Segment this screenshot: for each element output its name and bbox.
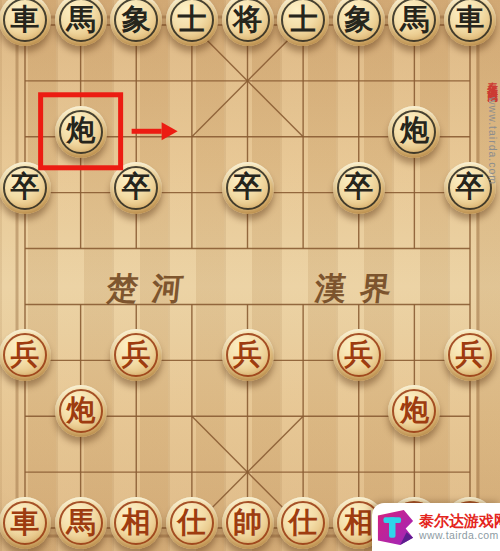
logo-text-block: 泰尔达游戏网 www.tairda.com <box>419 512 500 542</box>
move-arrow-head <box>162 122 178 140</box>
tairda-logo-icon <box>377 509 414 546</box>
logo-site-url: www.tairda.com <box>419 529 500 542</box>
logo-site-name: 泰尔达游戏网 <box>419 512 500 529</box>
xiangqi-board[interactable]: 楚河 漢界 車馬象士将士象馬車炮炮卒卒卒卒卒兵兵兵兵兵炮炮車馬相仕帥仕相馬車 泰… <box>0 0 500 551</box>
move-annotation-layer <box>0 0 500 551</box>
site-logo-badge: 泰尔达游戏网 www.tairda.com <box>372 503 500 551</box>
highlight-square <box>41 95 121 168</box>
